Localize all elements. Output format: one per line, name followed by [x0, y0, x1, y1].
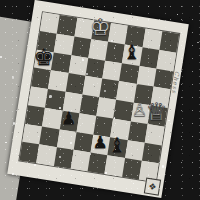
white-pawn[interactable]: ♙ [132, 102, 147, 119]
black-king[interactable]: ♚ [33, 45, 54, 68]
chess-board: Chess ❖ ♔♕♙♚♝♝♟♟ [7, 0, 189, 198]
black-bishop[interactable]: ♝ [123, 42, 141, 62]
dust-speck [197, 42, 198, 43]
dust-speck [177, 14, 178, 15]
black-pawn[interactable]: ♟ [92, 134, 107, 151]
brand-emblem-icon: ❖ [144, 178, 161, 196]
black-bishop[interactable]: ♝ [108, 135, 126, 155]
white-queen[interactable]: ♕ [146, 101, 168, 125]
white-king[interactable]: ♔ [90, 17, 111, 40]
black-pawn[interactable]: ♟ [61, 110, 76, 127]
